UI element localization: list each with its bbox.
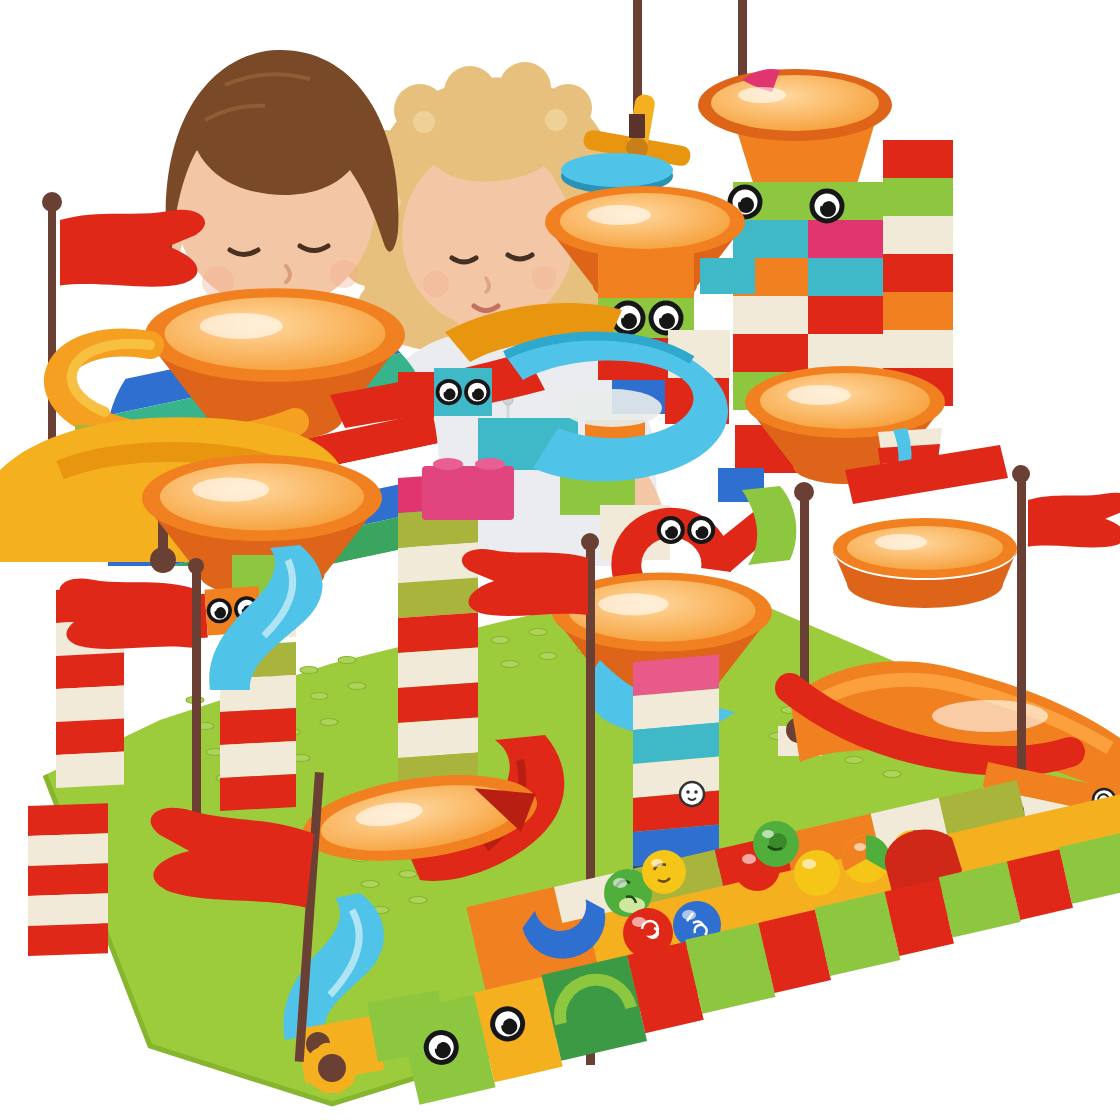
ball-beach-1 [842,835,890,883]
face-sticker [680,782,704,806]
striped-tower-3 [398,472,478,828]
red-flag [462,549,588,616]
pink-stud-brick [422,458,514,520]
photo-canvas [0,0,1120,1120]
red-flag [1028,493,1120,548]
striped-tower-5 [28,803,108,956]
eye-sticker [812,191,842,221]
ball-yellow [794,850,840,896]
funnel-tower [698,69,953,410]
eye-block-center [398,368,492,418]
ball-green-face-2 [753,821,799,867]
tower-side-blocks [883,140,953,406]
ball-yellow-face [642,850,686,894]
red-flag [60,210,205,287]
right-disc-bowl [833,518,1017,608]
marble-run-photo [0,0,1120,1120]
